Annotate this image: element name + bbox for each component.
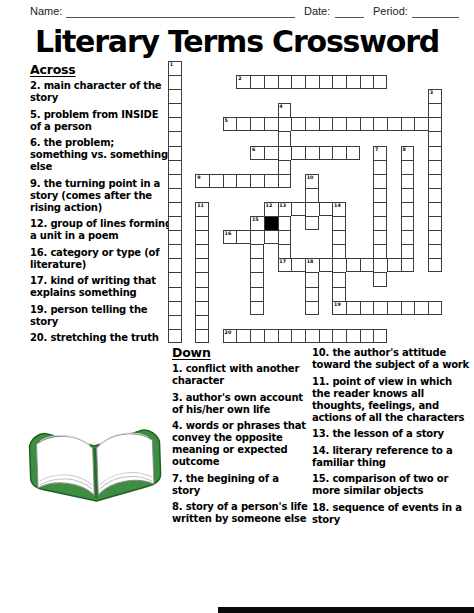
grid-cell[interactable]: [305, 272, 319, 286]
date-blank-line[interactable]: [335, 16, 364, 18]
clue-number: 13: [279, 203, 286, 208]
clue: 4. words or phrases that convey the oppo…: [172, 420, 310, 468]
grid-cell[interactable]: [428, 160, 442, 174]
grid-cell[interactable]: 20: [223, 329, 237, 343]
grid-cell[interactable]: [373, 301, 387, 315]
grid-cell[interactable]: [428, 131, 442, 145]
grid-cell[interactable]: [428, 230, 442, 244]
grid-cell[interactable]: [291, 117, 305, 131]
grid-cell[interactable]: [373, 117, 387, 131]
grid-cell[interactable]: [264, 329, 278, 343]
grid-cell[interactable]: [319, 258, 333, 272]
grid-cell[interactable]: [223, 174, 237, 188]
grid-cell[interactable]: [401, 301, 415, 315]
grid-cell[interactable]: [168, 301, 182, 315]
grid-cell[interactable]: [319, 117, 333, 131]
grid-cell[interactable]: [195, 230, 209, 244]
clue: 7. the begining of a story: [172, 473, 310, 497]
grid-cell[interactable]: [414, 301, 428, 315]
grid-cell[interactable]: 3: [428, 89, 442, 103]
grid-cell[interactable]: 16: [223, 230, 237, 244]
grid-cell[interactable]: [250, 117, 264, 131]
grid-cell[interactable]: [168, 315, 182, 329]
clue: 19. person telling the story: [30, 304, 172, 328]
grid-cell[interactable]: 9: [195, 174, 209, 188]
grid-cell[interactable]: [278, 216, 292, 230]
grid-cell[interactable]: [332, 329, 346, 343]
grid-cell[interactable]: [278, 329, 292, 343]
grid-cell[interactable]: [305, 202, 319, 216]
black-cell: [264, 216, 278, 230]
open-book-image: [24, 404, 166, 513]
grid-cell[interactable]: [250, 287, 264, 301]
grid-cell[interactable]: [401, 160, 415, 174]
grid-cell[interactable]: [373, 244, 387, 258]
grid-cell[interactable]: [305, 117, 319, 131]
grid-cell[interactable]: [305, 329, 319, 343]
grid-cell[interactable]: [291, 329, 305, 343]
grid-cell[interactable]: [305, 301, 319, 315]
grid-cell[interactable]: [278, 230, 292, 244]
grid-cell[interactable]: [168, 258, 182, 272]
grid-cell[interactable]: [250, 272, 264, 286]
name-blank-line[interactable]: [66, 16, 295, 18]
grid-cell[interactable]: [428, 103, 442, 117]
grid-cell[interactable]: [360, 258, 374, 272]
grid-cell[interactable]: [332, 216, 346, 230]
grid-cell[interactable]: [168, 89, 182, 103]
grid-cell[interactable]: 8: [401, 146, 415, 160]
grid-cell[interactable]: [305, 287, 319, 301]
grid-cell[interactable]: [401, 230, 415, 244]
grid-cell[interactable]: 19: [332, 301, 346, 315]
grid-cell[interactable]: [168, 103, 182, 117]
grid-cell[interactable]: 11: [195, 202, 209, 216]
down-clues-right-column: 10. the author's attitude toward the sub…: [312, 347, 470, 530]
clue: 12. group of lines forming a unit in a p…: [30, 218, 172, 242]
grid-cell[interactable]: [360, 301, 374, 315]
name-label: Name:: [30, 5, 62, 17]
grid-cell[interactable]: [264, 174, 278, 188]
grid-cell[interactable]: [195, 329, 209, 343]
grid-cell[interactable]: [332, 230, 346, 244]
grid-cell[interactable]: [360, 117, 374, 131]
clue-number: 18: [307, 259, 314, 264]
grid-cell[interactable]: [291, 146, 305, 160]
grid-cell[interactable]: [291, 258, 305, 272]
grid-cell[interactable]: 5: [223, 117, 237, 131]
grid-cell[interactable]: [332, 258, 346, 272]
grid-cell[interactable]: [250, 258, 264, 272]
grid-cell[interactable]: [346, 258, 360, 272]
grid-cell[interactable]: [168, 287, 182, 301]
grid-cell[interactable]: [373, 202, 387, 216]
grid-cell[interactable]: [373, 272, 387, 286]
grid-cell[interactable]: [305, 75, 319, 89]
across-heading: Across: [30, 64, 172, 76]
grid-cell[interactable]: [250, 75, 264, 89]
grid-cell[interactable]: [332, 117, 346, 131]
clue: 20. stretching the truth: [30, 332, 172, 344]
grid-cell[interactable]: [332, 146, 346, 160]
grid-cell[interactable]: [264, 117, 278, 131]
footer-bar: [218, 607, 474, 613]
clue: 15. comparison of two or more similar ob…: [312, 473, 470, 497]
grid-cell[interactable]: [373, 174, 387, 188]
date-label: Date:: [304, 5, 330, 17]
grid-cell[interactable]: 17: [278, 258, 292, 272]
grid-cell[interactable]: [250, 329, 264, 343]
grid-cell[interactable]: [373, 75, 387, 89]
clue: 14. literary reference to a familiar thi…: [312, 445, 470, 469]
grid-cell[interactable]: [428, 202, 442, 216]
grid-cell[interactable]: [168, 131, 182, 145]
grid-cell[interactable]: [319, 75, 333, 89]
clue: 6. the problem; something vs. something …: [30, 137, 172, 173]
clue-number: 1: [170, 62, 173, 67]
clue-number: 15: [252, 217, 259, 222]
grid-cell[interactable]: [168, 202, 182, 216]
grid-cell[interactable]: [195, 216, 209, 230]
clue: 1. conflict with another character: [172, 363, 310, 387]
clue-number: 17: [279, 259, 286, 264]
grid-cell[interactable]: 4: [278, 103, 292, 117]
period-label: Period:: [373, 5, 408, 17]
grid-cell[interactable]: 15: [250, 216, 264, 230]
clue: 10. the author's attitude toward the sub…: [312, 347, 470, 371]
grid-cell[interactable]: [168, 160, 182, 174]
grid-cell[interactable]: [195, 287, 209, 301]
grid-cell[interactable]: 13: [278, 202, 292, 216]
grid-cell[interactable]: [195, 244, 209, 258]
grid-cell[interactable]: [168, 230, 182, 244]
grid-cell[interactable]: [168, 117, 182, 131]
clue-number: 7: [375, 147, 378, 152]
grid-cell[interactable]: [168, 329, 182, 343]
grid-cell[interactable]: [278, 160, 292, 174]
grid-cell[interactable]: [291, 202, 305, 216]
down-clues-left-column: Down 1. conflict with another character3…: [172, 347, 310, 530]
grid-cell[interactable]: [346, 329, 360, 343]
period-blank-line[interactable]: [412, 16, 459, 18]
grid-cell[interactable]: [305, 188, 319, 202]
clue: 18. sequence of events in a story: [312, 502, 470, 526]
grid-cell[interactable]: [373, 230, 387, 244]
grid-cell[interactable]: [387, 258, 401, 272]
grid-cell[interactable]: [168, 188, 182, 202]
grid-cell[interactable]: [346, 146, 360, 160]
grid-cell[interactable]: [332, 287, 346, 301]
grid-cell[interactable]: [401, 216, 415, 230]
grid-cell[interactable]: [428, 146, 442, 160]
down-clue-list-right: 10. the author's attitude toward the sub…: [312, 347, 470, 526]
clue-number: 11: [197, 203, 204, 208]
clue-number: 5: [225, 118, 228, 123]
clue-number: 3: [430, 90, 433, 95]
grid-cell[interactable]: [401, 117, 415, 131]
grid-cell[interactable]: 1: [168, 61, 182, 75]
grid-cell[interactable]: [360, 329, 374, 343]
clue-number: 10: [307, 175, 314, 180]
clue-number: 16: [225, 231, 232, 236]
grid-cell[interactable]: [264, 230, 278, 244]
grid-cell[interactable]: 2: [236, 75, 250, 89]
clue: 8. story of a person's life written by s…: [172, 501, 310, 525]
clue: 9. the turning point in a story (comes a…: [30, 178, 172, 214]
grid-cell[interactable]: [278, 174, 292, 188]
grid-cell[interactable]: [278, 75, 292, 89]
grid-cell[interactable]: 14: [332, 202, 346, 216]
clue: 3. author's own account of his/her own l…: [172, 392, 310, 416]
grid-cell[interactable]: [209, 174, 223, 188]
grid-cell[interactable]: [250, 230, 264, 244]
grid-cell[interactable]: [346, 75, 360, 89]
grid-cell[interactable]: [373, 188, 387, 202]
grid-cell[interactable]: [319, 202, 333, 216]
clue: 11. point of view in which the reader kn…: [312, 376, 470, 424]
clue: 2. main character of the story: [30, 80, 172, 104]
grid-cell[interactable]: [401, 202, 415, 216]
grid-cell[interactable]: [250, 301, 264, 315]
grid-cell[interactable]: [195, 272, 209, 286]
grid-cell[interactable]: [346, 301, 360, 315]
grid-cell[interactable]: [236, 329, 250, 343]
open-book-icon: [24, 404, 165, 509]
clue-number: 2: [238, 76, 241, 81]
grid-cell[interactable]: [250, 174, 264, 188]
clue: 13. the lesson of a story: [312, 428, 470, 440]
grid-cell[interactable]: 18: [305, 258, 319, 272]
grid-cell[interactable]: [332, 75, 346, 89]
grid-cell[interactable]: [291, 75, 305, 89]
grid-cell[interactable]: [360, 75, 374, 89]
grid-cell[interactable]: [168, 272, 182, 286]
grid-cell[interactable]: [236, 117, 250, 131]
grid-cell[interactable]: [305, 146, 319, 160]
page-title: Literary Terms Crossword: [0, 24, 474, 59]
grid-cell[interactable]: [373, 216, 387, 230]
grid-cell[interactable]: [428, 244, 442, 258]
grid-cell[interactable]: 7: [373, 146, 387, 160]
grid-cell[interactable]: [195, 301, 209, 315]
grid-cell[interactable]: [332, 244, 346, 258]
grid-cell[interactable]: [168, 244, 182, 258]
grid-cell[interactable]: [401, 258, 415, 272]
grid-cell[interactable]: [373, 258, 387, 272]
clue-number: 8: [402, 147, 405, 152]
grid-cell[interactable]: [401, 244, 415, 258]
grid-cell[interactable]: 12: [264, 202, 278, 216]
grid-cell[interactable]: [428, 174, 442, 188]
grid-cell[interactable]: [401, 174, 415, 188]
worksheet-page: Name: Date: Period: Literary Terms Cross…: [0, 0, 474, 613]
grid-cell[interactable]: [428, 117, 442, 131]
grid-cell[interactable]: [195, 258, 209, 272]
grid-cell[interactable]: [428, 216, 442, 230]
grid-cell[interactable]: [168, 146, 182, 160]
across-clues-section: Across 2. main character of the story5. …: [30, 64, 172, 349]
grid-cell[interactable]: [373, 329, 387, 343]
grid-cell[interactable]: [278, 244, 292, 258]
clue: 16. category or type (of literature): [30, 247, 172, 271]
clue-number: 4: [279, 104, 282, 109]
grid-cell[interactable]: [401, 188, 415, 202]
clue: 17. kind of writing that explains someth…: [30, 275, 172, 299]
clue-number: 19: [334, 302, 341, 307]
grid-cell[interactable]: [346, 117, 360, 131]
clue-number: 9: [197, 175, 200, 180]
grid-cell[interactable]: [236, 174, 250, 188]
grid-cell[interactable]: [387, 117, 401, 131]
grid-cell[interactable]: [168, 75, 182, 89]
grid-cell[interactable]: [278, 117, 292, 131]
clue-number: 20: [225, 330, 232, 335]
clue: 5. problem from INSIDE of a person: [30, 109, 172, 133]
grid-cell[interactable]: 6: [250, 146, 264, 160]
grid-cell[interactable]: 10: [305, 174, 319, 188]
grid-cell[interactable]: [373, 160, 387, 174]
grid-cell[interactable]: [278, 131, 292, 145]
grid-cell[interactable]: [428, 188, 442, 202]
across-clue-list: 2. main character of the story5. problem…: [30, 80, 172, 344]
clue-number: 6: [252, 147, 255, 152]
crossword-grid[interactable]: 1234567891011121314151617181920: [168, 61, 469, 343]
grid-cell[interactable]: [264, 146, 278, 160]
grid-cell[interactable]: [264, 75, 278, 89]
clue-number: 14: [334, 203, 341, 208]
grid-cell[interactable]: [278, 146, 292, 160]
down-heading: Down: [172, 347, 310, 359]
grid-cell[interactable]: [250, 244, 264, 258]
grid-cell[interactable]: [319, 329, 333, 343]
grid-cell[interactable]: [168, 216, 182, 230]
grid-cell[interactable]: [332, 272, 346, 286]
grid-cell[interactable]: [195, 315, 209, 329]
grid-cell[interactable]: [305, 216, 319, 230]
grid-cell[interactable]: [414, 117, 428, 131]
grid-cell[interactable]: [428, 258, 442, 272]
grid-cell[interactable]: [319, 146, 333, 160]
grid-cell[interactable]: [428, 301, 442, 315]
grid-cell[interactable]: [387, 301, 401, 315]
grid-cell[interactable]: [168, 174, 182, 188]
down-clue-list-left: 1. conflict with another character3. aut…: [172, 363, 310, 525]
grid-cell[interactable]: [236, 230, 250, 244]
clue-number: 12: [266, 203, 273, 208]
